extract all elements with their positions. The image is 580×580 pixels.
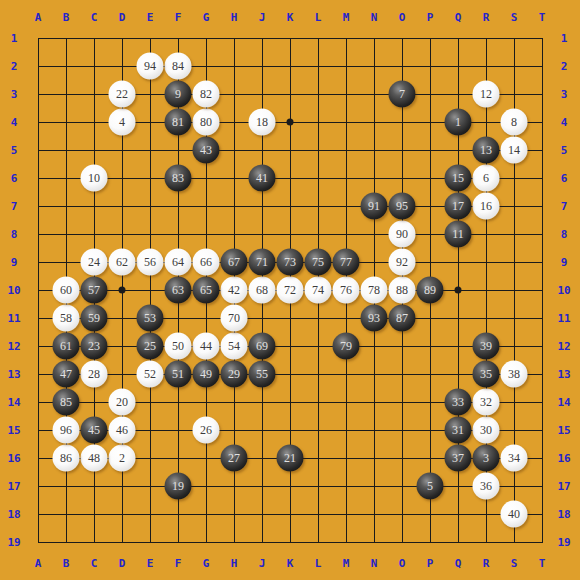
col-label-top-B: B xyxy=(63,11,70,24)
row-label-left-8: 8 xyxy=(11,228,18,241)
row-label-right-2: 2 xyxy=(561,60,568,73)
stone-white-62-D9: 62 xyxy=(109,249,136,276)
stone-white-82-G3: 82 xyxy=(193,81,220,108)
stone-black-55-J13: 55 xyxy=(249,361,276,388)
row-label-left-3: 3 xyxy=(11,88,18,101)
row-label-right-17: 17 xyxy=(557,480,570,493)
stone-white-16-R7: 16 xyxy=(473,193,500,220)
row-label-left-14: 14 xyxy=(7,396,20,409)
stone-black-57-C10: 57 xyxy=(81,277,108,304)
row-label-right-10: 10 xyxy=(557,284,570,297)
col-label-bottom-H: H xyxy=(231,557,238,570)
stone-black-35-R13: 35 xyxy=(473,361,500,388)
col-label-bottom-O: O xyxy=(399,557,406,570)
stone-black-89-P10: 89 xyxy=(417,277,444,304)
stone-black-81-F4: 81 xyxy=(165,109,192,136)
stone-white-48-C16: 48 xyxy=(81,445,108,472)
stone-white-28-C13: 28 xyxy=(81,361,108,388)
col-label-top-K: K xyxy=(287,11,294,24)
stone-white-90-O8: 90 xyxy=(389,221,416,248)
col-label-top-C: C xyxy=(91,11,98,24)
row-label-left-1: 1 xyxy=(11,32,18,45)
col-label-bottom-Q: Q xyxy=(455,557,462,570)
go-board-diagram: AABBCCDDEEFFGGHHJJKKLLMMNNOOPPQQRRSSTT11… xyxy=(0,0,580,580)
stone-white-70-H11: 70 xyxy=(221,305,248,332)
row-label-left-15: 15 xyxy=(7,424,20,437)
stone-black-95-O7: 95 xyxy=(389,193,416,220)
stone-white-20-D14: 20 xyxy=(109,389,136,416)
stone-white-52-E13: 52 xyxy=(137,361,164,388)
col-label-top-O: O xyxy=(399,11,406,24)
stone-black-69-J12: 69 xyxy=(249,333,276,360)
col-label-bottom-F: F xyxy=(175,557,182,570)
stone-black-21-K16: 21 xyxy=(277,445,304,472)
star-point-K4 xyxy=(287,119,294,126)
stone-white-92-O9: 92 xyxy=(389,249,416,276)
col-label-bottom-G: G xyxy=(203,557,210,570)
stone-black-3-R16: 3 xyxy=(473,445,500,472)
stone-black-7-O3: 7 xyxy=(389,81,416,108)
stone-white-12-R3: 12 xyxy=(473,81,500,108)
col-label-top-J: J xyxy=(259,11,266,24)
stone-black-15-Q6: 15 xyxy=(445,165,472,192)
stone-white-46-D15: 46 xyxy=(109,417,136,444)
stone-white-50-F12: 50 xyxy=(165,333,192,360)
col-label-bottom-S: S xyxy=(511,557,518,570)
row-label-right-4: 4 xyxy=(561,116,568,129)
stone-white-56-E9: 56 xyxy=(137,249,164,276)
stone-black-49-G13: 49 xyxy=(193,361,220,388)
row-label-right-3: 3 xyxy=(561,88,568,101)
stone-white-34-S16: 34 xyxy=(501,445,528,472)
stone-black-23-C12: 23 xyxy=(81,333,108,360)
col-label-top-G: G xyxy=(203,11,210,24)
stone-black-33-Q14: 33 xyxy=(445,389,472,416)
col-label-top-N: N xyxy=(371,11,378,24)
stone-black-27-H16: 27 xyxy=(221,445,248,472)
col-label-top-Q: Q xyxy=(455,11,462,24)
stone-white-84-F2: 84 xyxy=(165,53,192,80)
stone-black-53-E11: 53 xyxy=(137,305,164,332)
col-label-bottom-J: J xyxy=(259,557,266,570)
stone-white-8-S4: 8 xyxy=(501,109,528,136)
row-label-left-17: 17 xyxy=(7,480,20,493)
star-point-Q10 xyxy=(455,287,462,294)
stone-white-44-G12: 44 xyxy=(193,333,220,360)
stone-black-31-Q15: 31 xyxy=(445,417,472,444)
row-label-left-2: 2 xyxy=(11,60,18,73)
stone-white-76-M10: 76 xyxy=(333,277,360,304)
row-label-left-9: 9 xyxy=(11,256,18,269)
stone-black-63-F10: 63 xyxy=(165,277,192,304)
stone-black-17-Q7: 17 xyxy=(445,193,472,220)
col-label-top-D: D xyxy=(119,11,126,24)
col-label-top-A: A xyxy=(35,11,42,24)
stone-black-83-F6: 83 xyxy=(165,165,192,192)
stone-black-11-Q8: 11 xyxy=(445,221,472,248)
stone-white-18-J4: 18 xyxy=(249,109,276,136)
stone-white-96-B15: 96 xyxy=(53,417,80,444)
col-label-top-E: E xyxy=(147,11,154,24)
row-label-left-19: 19 xyxy=(7,536,20,549)
col-label-bottom-M: M xyxy=(343,557,350,570)
stone-black-1-Q4: 1 xyxy=(445,109,472,136)
stone-black-85-B14: 85 xyxy=(53,389,80,416)
row-label-left-5: 5 xyxy=(11,144,18,157)
stone-black-65-G10: 65 xyxy=(193,277,220,304)
stone-black-5-P17: 5 xyxy=(417,473,444,500)
stone-black-71-J9: 71 xyxy=(249,249,276,276)
stone-white-60-B10: 60 xyxy=(53,277,80,304)
row-label-right-11: 11 xyxy=(557,312,570,325)
row-label-left-13: 13 xyxy=(7,368,20,381)
star-point-D10 xyxy=(119,287,126,294)
stone-black-51-F13: 51 xyxy=(165,361,192,388)
stone-black-67-H9: 67 xyxy=(221,249,248,276)
stone-black-93-N11: 93 xyxy=(361,305,388,332)
col-label-top-S: S xyxy=(511,11,518,24)
col-label-top-L: L xyxy=(315,11,322,24)
stone-white-72-K10: 72 xyxy=(277,277,304,304)
row-label-right-8: 8 xyxy=(561,228,568,241)
row-label-left-18: 18 xyxy=(7,508,20,521)
row-label-right-9: 9 xyxy=(561,256,568,269)
row-label-right-6: 6 xyxy=(561,172,568,185)
col-label-bottom-T: T xyxy=(539,557,546,570)
stone-white-80-G4: 80 xyxy=(193,109,220,136)
col-label-top-P: P xyxy=(427,11,434,24)
stone-white-58-B11: 58 xyxy=(53,305,80,332)
stone-white-74-L10: 74 xyxy=(305,277,332,304)
row-label-right-13: 13 xyxy=(557,368,570,381)
row-label-right-7: 7 xyxy=(561,200,568,213)
stone-black-39-R12: 39 xyxy=(473,333,500,360)
col-label-top-M: M xyxy=(343,11,350,24)
row-label-right-1: 1 xyxy=(561,32,568,45)
row-label-left-7: 7 xyxy=(11,200,18,213)
col-label-top-T: T xyxy=(539,11,546,24)
col-label-bottom-K: K xyxy=(287,557,294,570)
col-label-bottom-E: E xyxy=(147,557,154,570)
stone-black-77-M9: 77 xyxy=(333,249,360,276)
stone-black-25-E12: 25 xyxy=(137,333,164,360)
stone-white-88-O10: 88 xyxy=(389,277,416,304)
col-label-bottom-L: L xyxy=(315,557,322,570)
stone-black-87-O11: 87 xyxy=(389,305,416,332)
stone-black-9-F3: 9 xyxy=(165,81,192,108)
col-label-bottom-P: P xyxy=(427,557,434,570)
stone-white-26-G15: 26 xyxy=(193,417,220,444)
stone-black-91-N7: 91 xyxy=(361,193,388,220)
stone-white-94-E2: 94 xyxy=(137,53,164,80)
row-label-right-19: 19 xyxy=(557,536,570,549)
row-label-right-5: 5 xyxy=(561,144,568,157)
col-label-bottom-R: R xyxy=(483,557,490,570)
row-label-right-16: 16 xyxy=(557,452,570,465)
stone-white-64-F9: 64 xyxy=(165,249,192,276)
row-label-right-18: 18 xyxy=(557,508,570,521)
stone-black-41-J6: 41 xyxy=(249,165,276,192)
stone-white-30-R15: 30 xyxy=(473,417,500,444)
stone-white-32-R14: 32 xyxy=(473,389,500,416)
stone-white-86-B16: 86 xyxy=(53,445,80,472)
stone-black-79-M12: 79 xyxy=(333,333,360,360)
col-label-bottom-C: C xyxy=(91,557,98,570)
col-label-bottom-A: A xyxy=(35,557,42,570)
col-label-bottom-B: B xyxy=(63,557,70,570)
row-label-left-10: 10 xyxy=(7,284,20,297)
row-label-right-14: 14 xyxy=(557,396,570,409)
row-label-left-4: 4 xyxy=(11,116,18,129)
stone-black-43-G5: 43 xyxy=(193,137,220,164)
stone-black-73-K9: 73 xyxy=(277,249,304,276)
row-label-left-6: 6 xyxy=(11,172,18,185)
stone-white-36-R17: 36 xyxy=(473,473,500,500)
row-label-left-16: 16 xyxy=(7,452,20,465)
stone-white-40-S18: 40 xyxy=(501,501,528,528)
row-label-right-15: 15 xyxy=(557,424,570,437)
stone-black-59-C11: 59 xyxy=(81,305,108,332)
row-label-left-12: 12 xyxy=(7,340,20,353)
col-label-bottom-N: N xyxy=(371,557,378,570)
stone-white-24-C9: 24 xyxy=(81,249,108,276)
stone-black-47-B13: 47 xyxy=(53,361,80,388)
col-label-top-F: F xyxy=(175,11,182,24)
stone-white-54-H12: 54 xyxy=(221,333,248,360)
stone-black-61-B12: 61 xyxy=(53,333,80,360)
stone-white-14-S5: 14 xyxy=(501,137,528,164)
row-label-left-11: 11 xyxy=(7,312,20,325)
col-label-top-R: R xyxy=(483,11,490,24)
stone-white-6-R6: 6 xyxy=(473,165,500,192)
stone-black-75-L9: 75 xyxy=(305,249,332,276)
stone-white-10-C6: 10 xyxy=(81,165,108,192)
stone-black-19-F17: 19 xyxy=(165,473,192,500)
stone-black-37-Q16: 37 xyxy=(445,445,472,472)
stone-white-4-D4: 4 xyxy=(109,109,136,136)
stone-black-13-R5: 13 xyxy=(473,137,500,164)
col-label-top-H: H xyxy=(231,11,238,24)
stone-white-66-G9: 66 xyxy=(193,249,220,276)
stone-white-78-N10: 78 xyxy=(361,277,388,304)
stone-black-29-H13: 29 xyxy=(221,361,248,388)
stone-white-2-D16: 2 xyxy=(109,445,136,472)
stone-white-68-J10: 68 xyxy=(249,277,276,304)
stone-white-22-D3: 22 xyxy=(109,81,136,108)
col-label-bottom-D: D xyxy=(119,557,126,570)
stone-white-42-H10: 42 xyxy=(221,277,248,304)
stone-white-38-S13: 38 xyxy=(501,361,528,388)
stone-black-45-C15: 45 xyxy=(81,417,108,444)
row-label-right-12: 12 xyxy=(557,340,570,353)
